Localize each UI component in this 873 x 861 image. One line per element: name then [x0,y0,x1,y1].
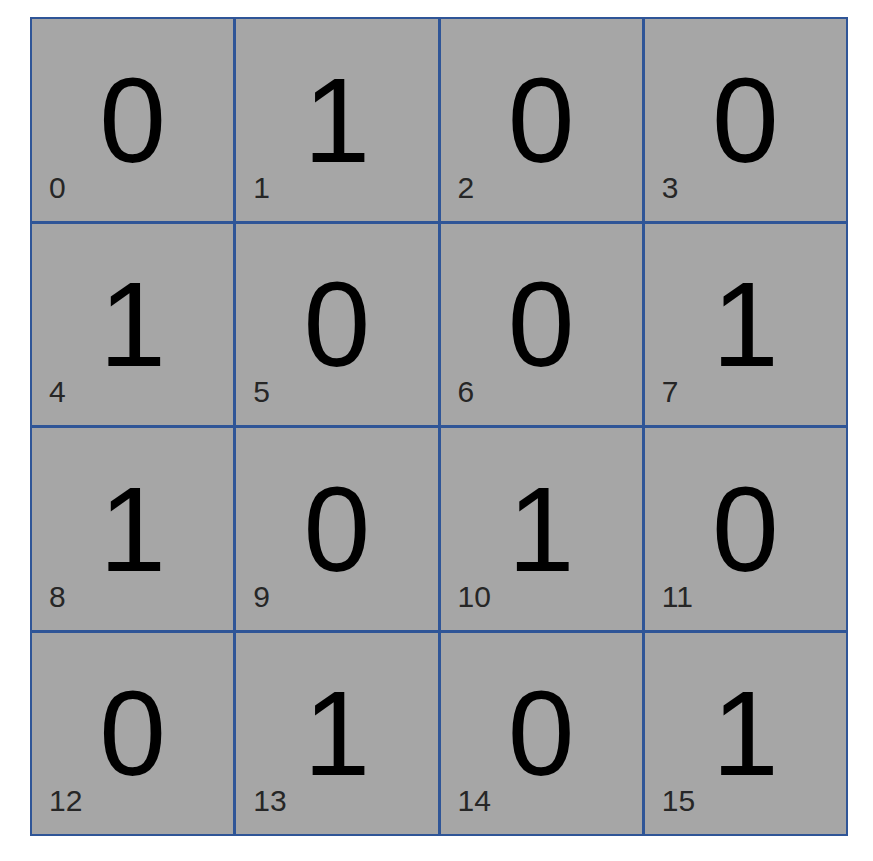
cell-index: 0 [49,171,66,205]
cell-index: 11 [662,580,693,614]
cell-value: 1 [712,664,779,802]
cell-index: 5 [253,375,270,409]
cell-value: 0 [304,460,371,598]
grid-cell-8[interactable]: 1 8 [32,428,233,630]
cell-value: 0 [99,664,166,802]
cell-value: 0 [508,664,575,802]
cell-index: 15 [662,784,695,818]
cell-value: 0 [99,51,166,189]
grid-cell-11[interactable]: 0 11 [645,428,846,630]
cell-value: 0 [304,255,371,393]
grid-cell-12[interactable]: 0 12 [32,633,233,835]
grid-cell-10[interactable]: 1 10 [441,428,642,630]
cell-value: 0 [712,51,779,189]
grid-cell-14[interactable]: 0 14 [441,633,642,835]
cell-index: 1 [253,171,270,205]
cell-value: 0 [508,255,575,393]
cell-value: 1 [99,255,166,393]
grid-cell-9[interactable]: 0 9 [236,428,437,630]
grid-cell-4[interactable]: 1 4 [32,224,233,426]
cell-value: 1 [508,460,575,598]
cell-value: 0 [508,51,575,189]
cell-index: 2 [458,171,475,205]
cell-index: 7 [662,375,679,409]
cell-index: 12 [49,784,82,818]
binary-grid-board: 0 0 1 1 0 2 0 3 1 4 0 5 0 6 1 7 [30,17,848,836]
grid-cell-7[interactable]: 1 7 [645,224,846,426]
cell-index: 4 [49,375,66,409]
cell-index: 6 [458,375,475,409]
grid-cell-5[interactable]: 0 5 [236,224,437,426]
cell-index: 13 [253,784,286,818]
cell-value: 1 [712,255,779,393]
grid-cell-15[interactable]: 1 15 [645,633,846,835]
grid-cell-0[interactable]: 0 0 [32,19,233,221]
grid-cell-6[interactable]: 0 6 [441,224,642,426]
cell-index: 3 [662,171,679,205]
cell-index: 14 [458,784,491,818]
grid-cell-1[interactable]: 1 1 [236,19,437,221]
grid-cell-2[interactable]: 0 2 [441,19,642,221]
cell-index: 10 [458,580,491,614]
cell-value: 1 [304,664,371,802]
grid-cell-13[interactable]: 1 13 [236,633,437,835]
cell-value: 1 [304,51,371,189]
cell-value: 0 [712,460,779,598]
cell-index: 8 [49,580,66,614]
grid-cell-3[interactable]: 0 3 [645,19,846,221]
page: 0 0 1 1 0 2 0 3 1 4 0 5 0 6 1 7 [0,0,873,861]
cell-index: 9 [253,580,270,614]
cell-value: 1 [99,460,166,598]
